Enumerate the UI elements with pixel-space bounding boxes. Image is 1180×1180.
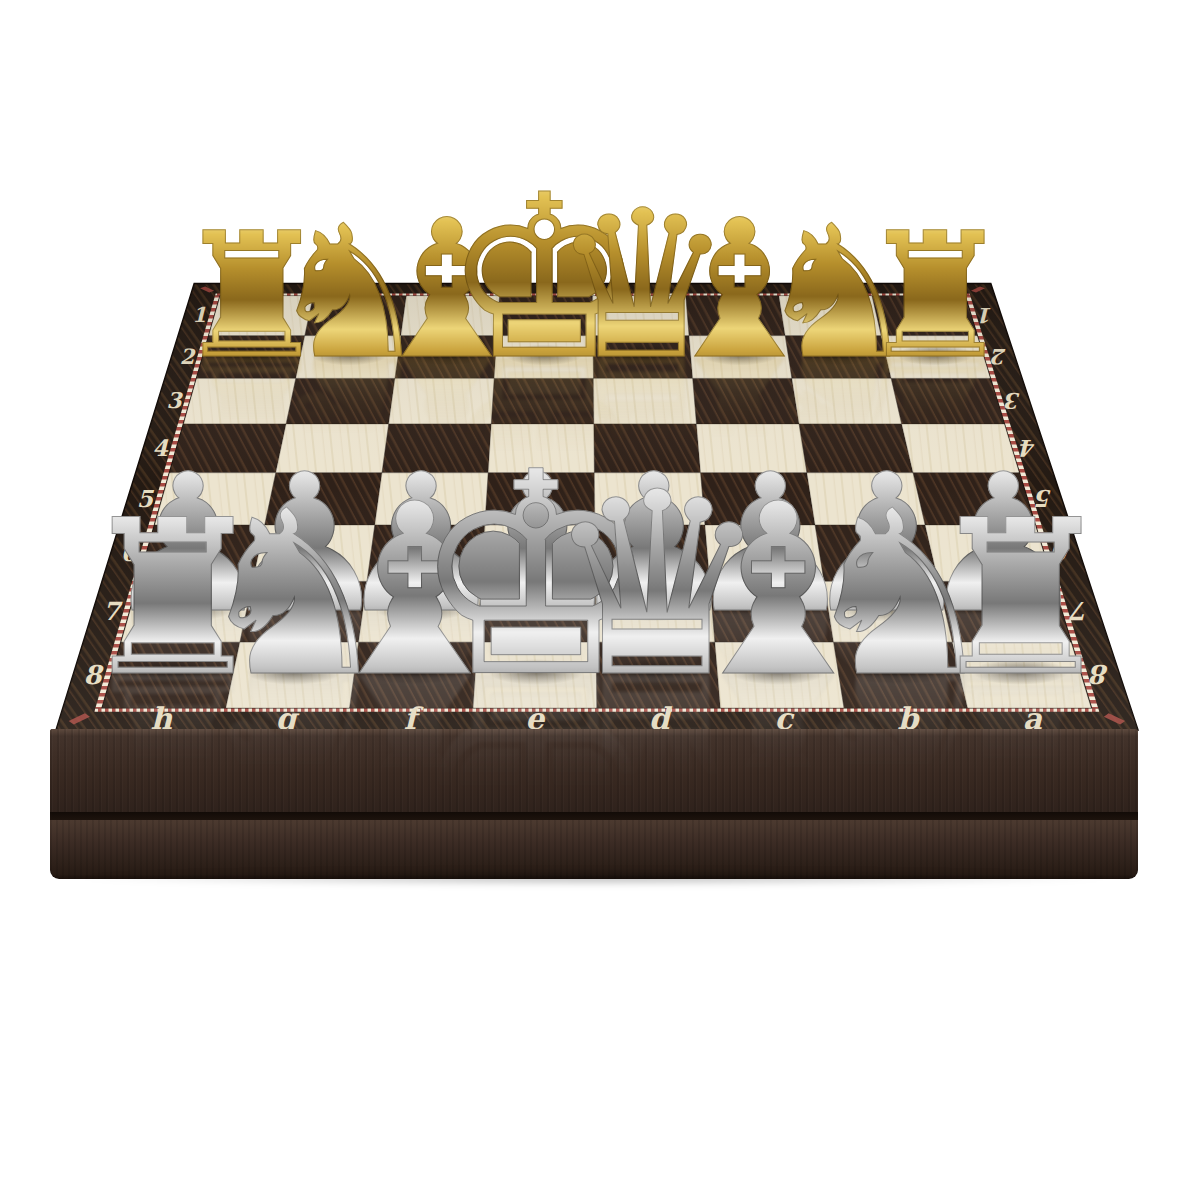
pieces-layer: ♜♜♞♞♝♝♚♚♛♛♝♝♞♞♜♜♟♟♟♟♟♟♟♟♟♟♟♟♟♟♟♟♜♜♞♞♝♝♚♚… [0,0,1180,1180]
chess-set-product-photo: 1122334455667788hgfedcba ♜♜♞♞♝♝♚♚♛♛♝♝♞♞♜… [0,0,1180,1180]
piece-silver-rook-a8[interactable]: ♜ [924,492,1116,707]
piece-gold-rook-a2[interactable]: ♜ [857,210,1012,383]
